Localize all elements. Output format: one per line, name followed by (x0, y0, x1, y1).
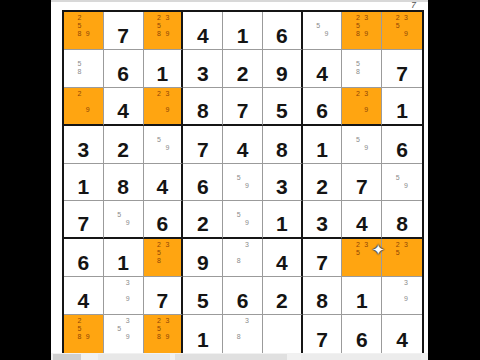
pencil-mark-slot: 9 (322, 30, 330, 38)
pencil-mark-slot: 8 (75, 68, 83, 76)
pencil-mark-slot: 9 (362, 144, 370, 152)
placed-digit: 3 (78, 139, 90, 163)
pencil-mark-slot: 2 (155, 90, 163, 98)
pencil-mark-slot: 9 (402, 182, 410, 190)
cell-r7c2[interactable]: 1 (104, 239, 144, 277)
cell-r9c6[interactable] (263, 315, 303, 353)
cell-r1c7[interactable]: 59 (303, 12, 343, 50)
pencil-mark-slot (243, 211, 251, 219)
placed-digit: 6 (78, 252, 90, 276)
pencil-mark-slot (107, 317, 115, 325)
pencil-mark-slot: 3 (362, 90, 370, 98)
placed-digit: 4 (356, 213, 368, 237)
pencil-mark-slot (107, 279, 115, 287)
pencil-mark-slot (67, 22, 75, 30)
pencil-mark-slot: 2 (155, 241, 163, 249)
cell-r5c6[interactable]: 3 (263, 164, 303, 202)
cell-r3c3[interactable]: 239 (144, 88, 184, 126)
pencil-mark-slot (402, 174, 410, 182)
pencil-marks: 58 (67, 52, 92, 76)
pencil-mark-slot (163, 128, 171, 136)
pencil-mark-slot: 5 (155, 249, 163, 257)
placed-digit: 4 (316, 63, 328, 87)
cell-r6c7[interactable]: 3 (303, 201, 343, 239)
placed-digit: 1 (316, 139, 328, 163)
placed-digit: 6 (356, 329, 368, 353)
placed-digit: 7 (197, 139, 209, 163)
cell-r7c9[interactable]: 235 (382, 239, 422, 277)
pencil-mark-slot (345, 30, 353, 38)
pencil-mark-slot: 2 (75, 317, 83, 325)
pencil-marks: 235 (345, 241, 370, 265)
cell-r8c7[interactable]: 8 (303, 277, 343, 315)
pencil-marks: 23589 (147, 14, 172, 38)
pencil-marks: 59 (226, 166, 251, 190)
cell-r3c4[interactable]: 8 (183, 88, 223, 126)
pencil-mark-slot (67, 90, 75, 98)
pencil-mark-slot (226, 211, 234, 219)
placed-digit: 7 (157, 290, 169, 314)
pencil-mark-slot (385, 279, 393, 287)
pencil-mark-slot (163, 257, 171, 265)
cell-r4c8[interactable]: 59 (342, 126, 382, 164)
pencil-mark-slot: 2 (354, 90, 362, 98)
pencil-mark-slot: 9 (123, 295, 131, 303)
cell-r5c2[interactable]: 8 (104, 164, 144, 202)
placed-digit: 6 (117, 63, 129, 87)
pencil-mark-slot (394, 279, 402, 287)
pencil-mark-slot (84, 325, 92, 333)
pencil-mark-slot (385, 22, 393, 30)
pencil-mark-slot (155, 98, 163, 106)
pencil-mark-slot (345, 60, 353, 68)
pencil-mark-slot (345, 144, 353, 152)
pencil-mark-slot (155, 128, 163, 136)
pencil-mark-slot (84, 68, 92, 76)
pencil-mark-slot (362, 257, 370, 265)
pencil-mark-slot: 5 (75, 22, 83, 30)
cell-r2c6[interactable]: 9 (263, 50, 303, 88)
pencil-mark-slot: 5 (234, 211, 242, 219)
pencil-marks: 235 (385, 241, 410, 265)
pencil-mark-slot (354, 106, 362, 114)
pencil-mark-slot (67, 14, 75, 22)
pencil-mark-slot (362, 136, 370, 144)
pencil-mark-slot (345, 98, 353, 106)
pencil-marks: 2589 (67, 317, 92, 341)
cell-r2c3[interactable]: 1 (144, 50, 184, 88)
pencil-mark-slot (385, 295, 393, 303)
pencil-marks: 29 (67, 90, 92, 114)
cell-r6c9[interactable]: 8 (382, 201, 422, 239)
pencil-mark-slot (385, 14, 393, 22)
pencil-mark-slot (402, 166, 410, 174)
pencil-mark-slot (362, 128, 370, 136)
pencil-mark-slot (115, 287, 123, 295)
pencil-mark-slot (226, 257, 234, 265)
cell-r3c6[interactable]: 5 (263, 88, 303, 126)
pencil-mark-slot: 9 (362, 30, 370, 38)
pencil-mark-slot (67, 60, 75, 68)
pencil-mark-slot (163, 136, 171, 144)
pencil-mark-slot (362, 52, 370, 60)
pencil-mark-slot (147, 333, 155, 341)
cell-r9c9[interactable]: 4 (382, 315, 422, 353)
pencil-mark-slot: 8 (155, 30, 163, 38)
pencil-marks: 23589 (147, 317, 172, 341)
cell-r4c4[interactable]: 7 (183, 126, 223, 164)
cell-r8c2[interactable]: 39 (104, 277, 144, 315)
cell-r7c1[interactable]: 6 (64, 239, 104, 277)
pencil-mark-slot (362, 249, 370, 257)
cell-r9c5[interactable]: 38 (223, 315, 263, 353)
cell-r9c8[interactable]: 6 (342, 315, 382, 353)
pencil-mark-slot: 9 (402, 30, 410, 38)
pencil-mark-slot: 3 (402, 14, 410, 22)
pencil-mark-slot (385, 166, 393, 174)
pencil-mark-slot (163, 249, 171, 257)
pencil-mark-slot (147, 144, 155, 152)
pencil-mark-slot (147, 241, 155, 249)
pencil-mark-slot (243, 166, 251, 174)
pencil-mark-slot (107, 203, 115, 211)
cell-r6c4[interactable]: 2 (183, 201, 223, 239)
pencil-mark-slot (107, 333, 115, 341)
pencil-mark-slot (226, 317, 234, 325)
pencil-mark-slot (84, 22, 92, 30)
pencil-mark-slot (314, 14, 322, 22)
pencil-mark-slot (243, 174, 251, 182)
pencil-mark-slot (67, 30, 75, 38)
pencil-mark-slot (394, 287, 402, 295)
cell-r3c8[interactable]: 239 (342, 88, 382, 126)
cell-r6c6[interactable]: 1 (263, 201, 303, 239)
cell-r3c2[interactable]: 4 (104, 88, 144, 126)
pencil-marks: 39 (385, 279, 410, 303)
pencil-mark-slot (147, 106, 155, 114)
pencil-mark-slot (107, 325, 115, 333)
placed-digit: 9 (276, 63, 288, 87)
placed-digit: 6 (237, 290, 249, 314)
pencil-mark-slot: 5 (155, 325, 163, 333)
pencil-mark-slot (75, 106, 83, 114)
pencil-marks: 38 (226, 241, 251, 265)
pencil-mark-slot (234, 317, 242, 325)
cell-r5c5[interactable]: 59 (223, 164, 263, 202)
pencil-mark-slot (123, 325, 131, 333)
pencil-mark-slot (115, 203, 123, 211)
pencil-mark-slot (354, 52, 362, 60)
pencil-mark-slot: 9 (163, 333, 171, 341)
pencil-mark-slot (163, 98, 171, 106)
cell-r8c3[interactable]: 7 (144, 277, 184, 315)
pencil-marks: 38 (226, 317, 251, 341)
pencil-mark-slot (385, 174, 393, 182)
pencil-mark-slot: 3 (123, 317, 131, 325)
cell-r4c2[interactable]: 2 (104, 126, 144, 164)
pencil-marks: 59 (385, 166, 410, 190)
pencil-mark-slot (234, 241, 242, 249)
cell-r5c8[interactable]: 7 (342, 164, 382, 202)
pencil-marks: 2359 (385, 14, 410, 38)
pencil-mark-slot (402, 22, 410, 30)
pencil-mark-slot: 9 (84, 30, 92, 38)
placed-digit: 3 (276, 176, 288, 200)
pencil-mark-slot (155, 106, 163, 114)
pencil-mark-slot: 2 (155, 317, 163, 325)
cell-r8c9[interactable]: 39 (382, 277, 422, 315)
pencil-mark-slot: 5 (394, 22, 402, 30)
pencil-mark-slot (354, 128, 362, 136)
placed-digit: 1 (237, 25, 249, 49)
pencil-mark-slot (226, 203, 234, 211)
pencil-marks: 239 (147, 90, 172, 114)
pencil-mark-slot: 2 (155, 14, 163, 22)
pencil-mark-slot (75, 52, 83, 60)
cell-r1c6[interactable]: 6 (263, 12, 303, 50)
placed-digit: 4 (276, 252, 288, 276)
cell-r6c8[interactable]: 4 (342, 201, 382, 239)
pencil-mark-slot (67, 106, 75, 114)
pencil-mark-slot (234, 249, 242, 257)
cell-r2c1[interactable]: 58 (64, 50, 104, 88)
pencil-mark-slot (385, 241, 393, 249)
placed-digit: 3 (197, 63, 209, 87)
pencil-mark-slot (354, 98, 362, 106)
pencil-mark-slot (394, 257, 402, 265)
pencil-mark-slot (402, 257, 410, 265)
pencil-mark-slot: 5 (115, 211, 123, 219)
cell-r9c4[interactable]: 1 (183, 315, 223, 353)
placed-digit: 4 (157, 176, 169, 200)
pencil-marks: 39 (107, 279, 132, 303)
pencil-mark-slot (147, 90, 155, 98)
pencil-mark-slot (67, 317, 75, 325)
cell-r5c7[interactable]: 2 (303, 164, 343, 202)
pencil-mark-slot (75, 98, 83, 106)
pencil-mark-slot (234, 325, 242, 333)
pencil-mark-slot (354, 257, 362, 265)
placed-digit: 4 (78, 290, 90, 314)
letterbox-right (428, 0, 480, 360)
cell-r1c5[interactable]: 1 (223, 12, 263, 50)
cell-r2c5[interactable]: 2 (223, 50, 263, 88)
pencil-mark-slot (394, 295, 402, 303)
pencil-mark-slot (84, 60, 92, 68)
pencil-mark-slot: 9 (402, 295, 410, 303)
pencil-marks: 23589 (345, 14, 370, 38)
cell-r8c1[interactable]: 4 (64, 277, 104, 315)
pencil-mark-slot: 8 (234, 257, 242, 265)
pencil-mark-slot: 9 (163, 30, 171, 38)
pencil-mark-slot: 8 (155, 257, 163, 265)
pencil-mark-slot (243, 333, 251, 341)
cell-r5c4[interactable]: 6 (183, 164, 223, 202)
cell-r4c7[interactable]: 1 (303, 126, 343, 164)
cell-r3c7[interactable]: 6 (303, 88, 343, 126)
cell-r4c6[interactable]: 8 (263, 126, 303, 164)
pencil-mark-slot: 3 (123, 279, 131, 287)
cell-r2c9[interactable]: 7 (382, 50, 422, 88)
placed-digit: 8 (117, 176, 129, 200)
pencil-mark-slot (147, 128, 155, 136)
cell-r4c1[interactable]: 3 (64, 126, 104, 164)
cell-r9c2[interactable]: 359 (104, 315, 144, 353)
placed-digit: 7 (117, 25, 129, 49)
mouse-cursor-sparkle: ✦ (372, 241, 385, 259)
pencil-mark-slot (402, 287, 410, 295)
letterbox-left (0, 0, 51, 360)
placed-digit: 8 (316, 290, 328, 314)
pencil-mark-slot (243, 249, 251, 257)
pencil-mark-slot: 8 (234, 333, 242, 341)
pencil-mark-slot: 3 (163, 241, 171, 249)
placed-digit: 1 (276, 213, 288, 237)
cell-r8c6[interactable]: 2 (263, 277, 303, 315)
placed-digit: 4 (197, 25, 209, 49)
cell-r7c3[interactable]: 2358 (144, 239, 184, 277)
cell-r2c4[interactable]: 3 (183, 50, 223, 88)
pencil-mark-slot (385, 287, 393, 295)
pencil-mark-slot: 3 (243, 241, 251, 249)
pencil-mark-slot (345, 22, 353, 30)
pencil-mark-slot (147, 22, 155, 30)
pencil-mark-slot (306, 14, 314, 22)
placed-digit: 3 (316, 213, 328, 237)
pencil-mark-slot (345, 52, 353, 60)
cell-r6c3[interactable]: 6 (144, 201, 184, 239)
cell-r6c5[interactable]: 59 (223, 201, 263, 239)
placed-digit: 4 (396, 329, 408, 353)
pencil-mark-slot: 9 (243, 219, 251, 227)
pencil-mark-slot: 5 (75, 325, 83, 333)
pencil-mark-slot: 5 (354, 60, 362, 68)
cell-r1c9[interactable]: 2359 (382, 12, 422, 50)
pencil-mark-slot (163, 22, 171, 30)
pencil-marks: 2589 (67, 14, 92, 38)
pencil-mark-slot: 3 (362, 14, 370, 22)
pencil-mark-slot (243, 325, 251, 333)
cell-r8c8[interactable]: 1 (342, 277, 382, 315)
cell-r2c2[interactable]: 6 (104, 50, 144, 88)
pencil-marks: 59 (345, 128, 370, 152)
pencil-mark-slot (394, 182, 402, 190)
placed-digit: 8 (276, 139, 288, 163)
cell-r4c3[interactable]: 59 (144, 126, 184, 164)
cell-r1c3[interactable]: 23589 (144, 12, 184, 50)
placed-digit: 1 (197, 329, 209, 353)
placed-digit: 1 (356, 290, 368, 314)
pencil-marks: 2358 (147, 241, 172, 265)
pencil-mark-slot (67, 52, 75, 60)
pencil-mark-slot (345, 106, 353, 114)
pencil-mark-slot: 8 (155, 333, 163, 341)
cell-r3c1[interactable]: 29 (64, 88, 104, 126)
cell-r5c3[interactable]: 4 (144, 164, 184, 202)
pencil-mark-slot (123, 211, 131, 219)
bottom-ui-fragment (301, 354, 421, 360)
cell-r6c1[interactable]: 7 (64, 201, 104, 239)
pencil-mark-slot (163, 325, 171, 333)
placed-digit: 8 (197, 100, 209, 124)
pencil-marks: 239 (345, 90, 370, 114)
placed-digit: 4 (117, 100, 129, 124)
cell-r7c7[interactable]: 7 (303, 239, 343, 277)
pencil-marks: 359 (107, 317, 132, 341)
placed-digit: 5 (197, 290, 209, 314)
cell-r7c6[interactable]: 4 (263, 239, 303, 277)
cell-r1c4[interactable]: 4 (183, 12, 223, 50)
cell-r1c8[interactable]: 23589 (342, 12, 382, 50)
pencil-mark-slot: 8 (354, 30, 362, 38)
pencil-marks: 59 (226, 203, 251, 227)
pencil-mark-slot (385, 30, 393, 38)
pencil-mark-slot: 9 (84, 333, 92, 341)
cell-r2c7[interactable]: 4 (303, 50, 343, 88)
pencil-marks: 59 (107, 203, 132, 227)
pencil-mark-slot: 9 (163, 106, 171, 114)
cell-r1c1[interactable]: 2589 (64, 12, 104, 50)
pencil-mark-slot: 3 (402, 279, 410, 287)
placed-digit: 7 (396, 63, 408, 87)
cell-r1c2[interactable]: 7 (104, 12, 144, 50)
placed-digit: 5 (276, 100, 288, 124)
placed-digit: 7 (237, 100, 249, 124)
pencil-mark-slot (234, 166, 242, 174)
pencil-mark-slot: 3 (163, 14, 171, 22)
cell-r4c9[interactable]: 6 (382, 126, 422, 164)
pencil-mark-slot (123, 203, 131, 211)
cell-r8c4[interactable]: 5 (183, 277, 223, 315)
cell-r9c3[interactable]: 23589 (144, 315, 184, 353)
cell-r9c7[interactable]: 7 (303, 315, 343, 353)
pencil-mark-slot (115, 333, 123, 341)
placed-digit: 2 (117, 139, 129, 163)
pencil-mark-slot (345, 90, 353, 98)
pencil-mark-slot (84, 98, 92, 106)
cell-r3c5[interactable]: 7 (223, 88, 263, 126)
cell-r3c9[interactable]: 1 (382, 88, 422, 126)
placed-digit: 2 (316, 176, 328, 200)
placed-digit: 8 (396, 213, 408, 237)
bottom-ui-strip (51, 353, 428, 360)
pencil-mark-slot: 5 (234, 174, 242, 182)
pencil-mark-slot (84, 317, 92, 325)
placed-digit: 6 (157, 213, 169, 237)
cell-r8c5[interactable]: 6 (223, 277, 263, 315)
cell-r4c5[interactable]: 4 (223, 126, 263, 164)
placed-digit: 6 (316, 100, 328, 124)
cell-r5c1[interactable]: 1 (64, 164, 104, 202)
pencil-mark-slot: 9 (84, 106, 92, 114)
pencil-mark-slot: 3 (163, 317, 171, 325)
cell-r6c2[interactable]: 59 (104, 201, 144, 239)
cell-r9c1[interactable]: 2589 (64, 315, 104, 353)
sudoku-board: 2589723589416592358923595861329458729423… (62, 10, 424, 355)
pencil-mark-slot: 2 (354, 14, 362, 22)
pencil-mark-slot (362, 68, 370, 76)
pencil-mark-slot (67, 325, 75, 333)
placed-digit: 2 (197, 213, 209, 237)
pencil-mark-slot: 5 (155, 22, 163, 30)
pencil-mark-slot (234, 182, 242, 190)
cell-r7c5[interactable]: 38 (223, 239, 263, 277)
cell-r2c8[interactable]: 58 (342, 50, 382, 88)
pencil-mark-slot (107, 295, 115, 303)
cell-r5c9[interactable]: 59 (382, 164, 422, 202)
pencil-mark-slot: 2 (75, 90, 83, 98)
cell-r7c4[interactable]: 9 (183, 239, 223, 277)
